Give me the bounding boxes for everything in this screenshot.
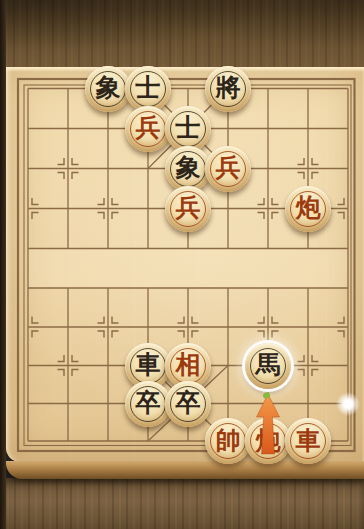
piece-character: 兵 bbox=[136, 115, 161, 140]
piece-black-soldier[interactable]: 卒 bbox=[165, 381, 211, 427]
piece-character: 象 bbox=[96, 75, 121, 100]
piece-black-advisor[interactable]: 士 bbox=[165, 106, 211, 152]
piece-black-general[interactable]: 將 bbox=[205, 66, 251, 112]
piece-character: 將 bbox=[216, 75, 241, 100]
screen-left-edge bbox=[0, 0, 6, 529]
piece-black-advisor[interactable]: 士 bbox=[125, 66, 171, 112]
piece-character: 帥 bbox=[216, 428, 241, 453]
move-target-indicator[interactable] bbox=[336, 392, 360, 416]
piece-black-horse[interactable]: 馬 bbox=[245, 343, 291, 389]
piece-character: 車 bbox=[296, 428, 321, 453]
piece-character: 車 bbox=[136, 352, 161, 377]
piece-character: 卒 bbox=[136, 390, 161, 415]
xiangqi-game-screen: 象士將兵士象兵兵炮車相馬卒卒帥炮車 bbox=[0, 0, 364, 529]
piece-red-chariot[interactable]: 車 bbox=[285, 418, 331, 464]
piece-character: 馬 bbox=[256, 352, 281, 377]
piece-character: 炮 bbox=[256, 428, 281, 453]
pieces-layer: 象士將兵士象兵兵炮車相馬卒卒帥炮車 bbox=[8, 69, 364, 457]
piece-character: 兵 bbox=[216, 155, 241, 180]
piece-character: 士 bbox=[176, 115, 201, 140]
piece-red-cannon[interactable]: 炮 bbox=[285, 186, 331, 232]
piece-character: 兵 bbox=[176, 195, 201, 220]
piece-character: 象 bbox=[176, 155, 201, 180]
piece-character: 士 bbox=[136, 75, 161, 100]
piece-character: 卒 bbox=[176, 390, 201, 415]
piece-red-soldier[interactable]: 兵 bbox=[165, 186, 211, 232]
piece-character: 炮 bbox=[296, 195, 321, 220]
piece-red-soldier[interactable]: 兵 bbox=[205, 146, 251, 192]
piece-character: 相 bbox=[176, 352, 201, 377]
